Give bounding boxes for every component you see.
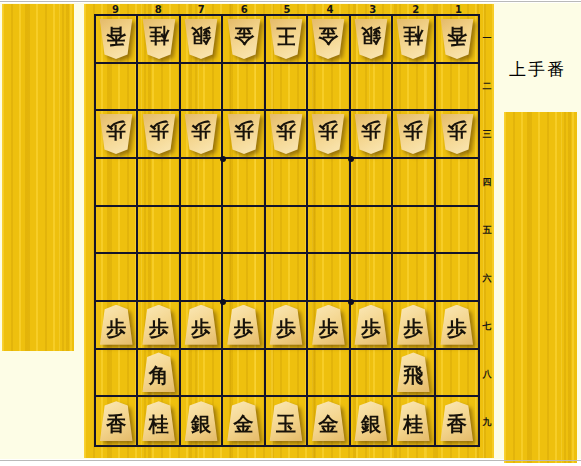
piece-歩[interactable]: 歩 <box>142 114 176 154</box>
cell-9八[interactable] <box>96 350 138 398</box>
cell-9二[interactable] <box>96 64 138 112</box>
cell-8二[interactable] <box>138 64 180 112</box>
cell-3四[interactable] <box>351 159 393 207</box>
piece-歩[interactable]: 歩 <box>269 114 303 154</box>
piece-歩[interactable]: 歩 <box>354 114 388 154</box>
piece-歩[interactable]: 歩 <box>99 114 133 154</box>
cell-7七[interactable]: 歩 <box>181 302 223 350</box>
hoshi-dot <box>348 299 354 305</box>
cell-8五[interactable] <box>138 207 180 255</box>
cell-5二[interactable] <box>266 64 308 112</box>
piece-kanji: 歩 <box>403 121 423 141</box>
cell-7二[interactable] <box>181 64 223 112</box>
cell-3九[interactable]: 銀 <box>351 397 393 445</box>
piece-歩[interactable]: 歩 <box>227 114 261 154</box>
cell-4二[interactable] <box>308 64 350 112</box>
cell-2三[interactable]: 歩 <box>393 111 435 159</box>
cell-5五[interactable] <box>266 207 308 255</box>
piece-香[interactable]: 香 <box>99 19 133 59</box>
cell-7五[interactable] <box>181 207 223 255</box>
cell-2九[interactable]: 桂 <box>393 397 435 445</box>
piece-銀[interactable]: 銀 <box>354 19 388 59</box>
piece-歩[interactable]: 歩 <box>184 305 218 345</box>
cell-5一[interactable]: 王 <box>266 16 308 64</box>
cell-3六[interactable] <box>351 254 393 302</box>
piece-銀[interactable]: 銀 <box>184 401 218 441</box>
cell-8三[interactable]: 歩 <box>138 111 180 159</box>
piece-桂[interactable]: 桂 <box>396 19 430 59</box>
cell-7九[interactable]: 銀 <box>181 397 223 445</box>
cell-7四[interactable] <box>181 159 223 207</box>
piece-kanji: 歩 <box>447 121 467 141</box>
cell-2八[interactable]: 飛 <box>393 350 435 398</box>
cell-6九[interactable]: 金 <box>223 397 265 445</box>
hoshi-dot <box>220 156 226 162</box>
piece-王[interactable]: 王 <box>269 19 303 59</box>
piece-桂[interactable]: 桂 <box>142 401 176 441</box>
piece-玉[interactable]: 玉 <box>269 401 303 441</box>
piece-金[interactable]: 金 <box>311 401 345 441</box>
piece-銀[interactable]: 銀 <box>184 19 218 59</box>
cell-1三[interactable]: 歩 <box>436 111 478 159</box>
piece-kanji: 歩 <box>149 318 169 338</box>
piece-kanji: 歩 <box>318 318 338 338</box>
cell-3三[interactable]: 歩 <box>351 111 393 159</box>
piece-kanji: 桂 <box>149 26 169 46</box>
piece-kanji: 桂 <box>149 414 169 434</box>
piece-kanji: 王 <box>276 26 296 46</box>
cell-6四[interactable] <box>223 159 265 207</box>
cell-9九[interactable]: 香 <box>96 397 138 445</box>
cell-9四[interactable] <box>96 159 138 207</box>
cell-4一[interactable]: 金 <box>308 16 350 64</box>
piece-kanji: 歩 <box>361 121 381 141</box>
cell-6七[interactable]: 歩 <box>223 302 265 350</box>
piece-金[interactable]: 金 <box>227 19 261 59</box>
piece-kanji: 歩 <box>276 318 296 338</box>
cell-8六[interactable] <box>138 254 180 302</box>
cell-9六[interactable] <box>96 254 138 302</box>
piece-香[interactable]: 香 <box>440 401 474 441</box>
piece-歩[interactable]: 歩 <box>269 305 303 345</box>
cell-4五[interactable] <box>308 207 350 255</box>
rank-label: 七 <box>480 303 494 351</box>
board-grid: 香桂銀金王金銀桂香歩歩歩歩歩歩歩歩歩歩歩歩歩歩歩歩歩歩角飛香桂銀金玉金銀桂香 <box>94 14 480 447</box>
rank-label: 四 <box>480 158 494 206</box>
piece-歩[interactable]: 歩 <box>396 114 430 154</box>
piece-歩[interactable]: 歩 <box>99 305 133 345</box>
cell-7一[interactable]: 銀 <box>181 16 223 64</box>
piece-歩[interactable]: 歩 <box>142 305 176 345</box>
piece-香[interactable]: 香 <box>440 19 474 59</box>
piece-kanji: 歩 <box>234 318 254 338</box>
cell-7八[interactable] <box>181 350 223 398</box>
cell-5六[interactable] <box>266 254 308 302</box>
komadai-left[interactable] <box>2 4 74 351</box>
piece-飛[interactable]: 飛 <box>396 352 430 392</box>
cell-2一[interactable]: 桂 <box>393 16 435 64</box>
cell-1七[interactable]: 歩 <box>436 302 478 350</box>
shogi-app-window: 987654321 香桂銀金王金銀桂香歩歩歩歩歩歩歩歩歩歩歩歩歩歩歩歩歩歩角飛香… <box>0 0 581 466</box>
piece-kanji: 歩 <box>361 318 381 338</box>
cell-5七[interactable]: 歩 <box>266 302 308 350</box>
cell-3二[interactable] <box>351 64 393 112</box>
cell-5四[interactable] <box>266 159 308 207</box>
piece-kanji: 歩 <box>234 121 254 141</box>
piece-kanji: 香 <box>106 414 126 434</box>
cell-3一[interactable]: 銀 <box>351 16 393 64</box>
cell-6八[interactable] <box>223 350 265 398</box>
cell-2二[interactable] <box>393 64 435 112</box>
piece-銀[interactable]: 銀 <box>354 401 388 441</box>
rank-label: 八 <box>480 351 494 399</box>
piece-kanji: 香 <box>106 26 126 46</box>
cell-2七[interactable]: 歩 <box>393 302 435 350</box>
cell-6六[interactable] <box>223 254 265 302</box>
bottom-divider-line <box>0 460 581 461</box>
rank-label: 三 <box>480 110 494 158</box>
piece-歩[interactable]: 歩 <box>184 114 218 154</box>
cell-9一[interactable]: 香 <box>96 16 138 64</box>
piece-kanji: 銀 <box>361 414 381 434</box>
piece-金[interactable]: 金 <box>311 19 345 59</box>
cell-1四[interactable] <box>436 159 478 207</box>
shogi-board: 987654321 香桂銀金王金銀桂香歩歩歩歩歩歩歩歩歩歩歩歩歩歩歩歩歩歩角飛香… <box>84 4 494 458</box>
cell-3七[interactable]: 歩 <box>351 302 393 350</box>
piece-kanji: 歩 <box>106 121 126 141</box>
piece-kanji: 香 <box>447 26 467 46</box>
cell-7三[interactable]: 歩 <box>181 111 223 159</box>
piece-角[interactable]: 角 <box>142 352 176 392</box>
rank-label: 五 <box>480 206 494 254</box>
cell-1二[interactable] <box>436 64 478 112</box>
cell-5三[interactable]: 歩 <box>266 111 308 159</box>
piece-kanji: 歩 <box>318 121 338 141</box>
cell-6二[interactable] <box>223 64 265 112</box>
piece-kanji: 飛 <box>403 365 423 385</box>
piece-歩[interactable]: 歩 <box>354 305 388 345</box>
cell-4六[interactable] <box>308 254 350 302</box>
hoshi-dot <box>220 299 226 305</box>
turn-indicator: 上手番 <box>494 58 581 81</box>
cell-3五[interactable] <box>351 207 393 255</box>
cell-6三[interactable]: 歩 <box>223 111 265 159</box>
piece-kanji: 金 <box>234 414 254 434</box>
piece-kanji: 銀 <box>191 414 211 434</box>
rank-label: 六 <box>480 255 494 303</box>
piece-kanji: 玉 <box>276 414 296 434</box>
piece-歩[interactable]: 歩 <box>311 114 345 154</box>
piece-kanji: 金 <box>318 26 338 46</box>
piece-kanji: 歩 <box>191 318 211 338</box>
cell-9七[interactable]: 歩 <box>96 302 138 350</box>
cell-2六[interactable] <box>393 254 435 302</box>
cell-7六[interactable] <box>181 254 223 302</box>
piece-kanji: 銀 <box>361 26 381 46</box>
cell-8八[interactable]: 角 <box>138 350 180 398</box>
piece-金[interactable]: 金 <box>227 401 261 441</box>
piece-桂[interactable]: 桂 <box>142 19 176 59</box>
piece-香[interactable]: 香 <box>99 401 133 441</box>
cell-5八[interactable] <box>266 350 308 398</box>
piece-kanji: 銀 <box>191 26 211 46</box>
cell-1五[interactable] <box>436 207 478 255</box>
cell-5九[interactable]: 玉 <box>266 397 308 445</box>
cell-4九[interactable]: 金 <box>308 397 350 445</box>
rank-label: 一 <box>480 14 494 62</box>
cell-4七[interactable]: 歩 <box>308 302 350 350</box>
cell-1八[interactable] <box>436 350 478 398</box>
piece-歩[interactable]: 歩 <box>440 305 474 345</box>
piece-歩[interactable]: 歩 <box>396 305 430 345</box>
cell-9五[interactable] <box>96 207 138 255</box>
piece-kanji: 桂 <box>403 414 423 434</box>
cell-6五[interactable] <box>223 207 265 255</box>
piece-kanji: 歩 <box>447 318 467 338</box>
cell-2四[interactable] <box>393 159 435 207</box>
komadai-right[interactable] <box>504 112 577 463</box>
piece-kanji: 歩 <box>403 318 423 338</box>
cell-4四[interactable] <box>308 159 350 207</box>
piece-kanji: 歩 <box>276 121 296 141</box>
cell-8一[interactable]: 桂 <box>138 16 180 64</box>
cell-9三[interactable]: 歩 <box>96 111 138 159</box>
piece-kanji: 金 <box>234 26 254 46</box>
piece-kanji: 桂 <box>403 26 423 46</box>
cell-4八[interactable] <box>308 350 350 398</box>
rank-label: 二 <box>480 62 494 110</box>
piece-桂[interactable]: 桂 <box>396 401 430 441</box>
rank-labels: 一二三四五六七八九 <box>480 14 494 447</box>
cell-1六[interactable] <box>436 254 478 302</box>
cell-6一[interactable]: 金 <box>223 16 265 64</box>
piece-歩[interactable]: 歩 <box>440 114 474 154</box>
piece-kanji: 歩 <box>149 121 169 141</box>
hoshi-dot <box>348 156 354 162</box>
cell-2五[interactable] <box>393 207 435 255</box>
piece-kanji: 香 <box>447 414 467 434</box>
cell-1一[interactable]: 香 <box>436 16 478 64</box>
rank-label: 九 <box>480 399 494 447</box>
piece-歩[interactable]: 歩 <box>311 305 345 345</box>
cell-1九[interactable]: 香 <box>436 397 478 445</box>
cell-8四[interactable] <box>138 159 180 207</box>
piece-kanji: 歩 <box>191 121 211 141</box>
cell-4三[interactable]: 歩 <box>308 111 350 159</box>
piece-kanji: 角 <box>149 365 169 385</box>
cell-8九[interactable]: 桂 <box>138 397 180 445</box>
piece-kanji: 歩 <box>106 318 126 338</box>
top-divider-line <box>0 1 581 2</box>
cell-3八[interactable] <box>351 350 393 398</box>
piece-kanji: 金 <box>318 414 338 434</box>
cell-8七[interactable]: 歩 <box>138 302 180 350</box>
piece-歩[interactable]: 歩 <box>227 305 261 345</box>
